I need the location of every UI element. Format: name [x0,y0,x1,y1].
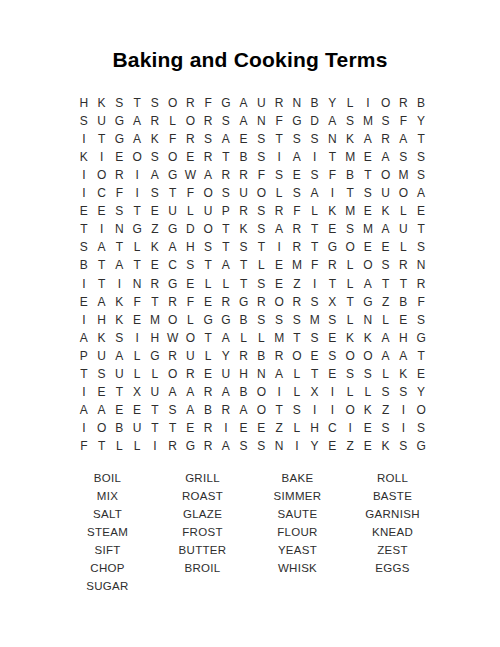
grid-cell: R [199,437,217,455]
grid-cell: L [288,383,306,401]
grid-cell: Z [288,274,306,292]
grid-cell: L [199,347,217,365]
grid-cell: S [288,401,306,419]
grid-cell: R [235,202,253,220]
grid-cell: I [217,419,235,437]
grid-cell: X [128,383,146,401]
grid-cell: F [128,293,146,311]
grid-cell: Y [324,94,342,112]
grid-cell: I [93,148,111,166]
grid-cell: L [359,383,377,401]
grid-cell: Y [306,437,324,455]
grid-cell: K [395,365,413,383]
grid-cell: L [235,329,253,347]
grid-cell: U [182,347,200,365]
grid-cell: S [377,419,395,437]
grid-cell: G [324,238,342,256]
grid-cell: T [111,238,129,256]
grid-cell: S [111,94,129,112]
grid-cell: T [217,238,235,256]
grid-cell: F [270,112,288,130]
grid-cell: G [111,112,129,130]
grid-cell: S [253,220,271,238]
grid-cell: A [235,401,253,419]
grid-cell: S [253,437,271,455]
grid-cell: I [128,184,146,202]
grid-cell: T [306,220,324,238]
grid-cell: N [288,94,306,112]
grid-cell: T [359,166,377,184]
grid-cell: K [341,329,359,347]
grid-cell: T [93,437,111,455]
grid-cell: A [235,94,253,112]
grid-cell: I [75,184,93,202]
grid-cell: S [395,437,413,455]
grid-cell: I [306,401,324,419]
grid-cell: C [324,419,342,437]
grid-cell: I [270,383,288,401]
grid-cell: P [75,347,93,365]
grid-cell: B [235,311,253,329]
grid-cell: H [146,329,164,347]
grid-cell: T [412,347,430,365]
grid-cell: A [270,365,288,383]
word-item: BOIL [60,469,155,487]
grid-cell: O [377,94,395,112]
grid-cell: F [199,94,217,112]
grid-cell: S [306,329,324,347]
grid-cell: E [253,419,271,437]
grid-cell: S [288,311,306,329]
grid-cell: R [270,347,288,365]
grid-cell: S [412,311,430,329]
grid-cell: T [341,293,359,311]
grid-cell: O [253,383,271,401]
grid-cell: K [235,220,253,238]
word-item: SIFT [60,541,155,559]
grid-cell: K [359,401,377,419]
grid-cell: U [93,347,111,365]
grid-cell: F [182,184,200,202]
grid-cell: E [93,202,111,220]
grid-cell: O [341,238,359,256]
grid-cell: R [182,130,200,148]
grid-cell: L [377,365,395,383]
grid-cell: R [199,419,217,437]
grid-cell: K [75,148,93,166]
grid-cell: A [75,401,93,419]
grid-cell: N [359,311,377,329]
grid-cell: A [182,401,200,419]
grid-cell: L [341,383,359,401]
grid-cell: F [412,293,430,311]
grid-cell: O [164,148,182,166]
grid-cell: T [395,274,413,292]
grid-cell: I [75,166,93,184]
grid-cell: E [75,293,93,311]
grid-cell: F [395,112,413,130]
grid-cell: W [182,166,200,184]
grid-cell: D [306,112,324,130]
grid-cell: B [253,347,271,365]
grid-cell: L [111,437,129,455]
grid-cell: A [164,238,182,256]
grid-cell: S [199,238,217,256]
grid-cell: F [253,166,271,184]
grid-cell: S [412,148,430,166]
grid-cell: I [395,401,413,419]
grid-cell: R [253,293,271,311]
grid-cell: R [395,256,413,274]
grid-cell: K [377,437,395,455]
grid-cell: L [270,184,288,202]
grid-cell: I [75,130,93,148]
grid-cell: S [270,311,288,329]
grid-cell: R [199,148,217,166]
grid-cell: I [324,184,342,202]
grid-cell: S [146,148,164,166]
grid-cell: S [288,184,306,202]
grid-cell: S [253,202,271,220]
grid-cell: S [199,130,217,148]
grid-cell: A [146,166,164,184]
grid-cell: E [235,419,253,437]
grid-cell: F [164,130,182,148]
grid-cell: K [146,238,164,256]
grid-cell: Z [146,220,164,238]
grid-cell: R [235,166,253,184]
grid-cell: G [412,329,430,347]
grid-cell: N [324,130,342,148]
grid-cell: S [412,166,430,184]
grid-cell: U [235,184,253,202]
grid-cell: E [324,220,342,238]
grid-cell: B [235,383,253,401]
grid-cell: S [395,383,413,401]
grid-cell: O [199,220,217,238]
grid-cell: T [128,256,146,274]
grid-cell: L [341,94,359,112]
grid-cell: A [306,184,324,202]
grid-cell: L [164,112,182,130]
grid-cell: T [377,274,395,292]
grid-cell: F [75,437,93,455]
grid-cell: E [377,238,395,256]
grid-cell: G [359,293,377,311]
grid-cell: B [341,166,359,184]
grid-cell: S [412,419,430,437]
grid-cell: S [288,130,306,148]
letter-grid: HKSTSORFGAURNBYLIORBSUGARLORSANFGDASMSFY… [75,94,430,455]
grid-cell: T [217,220,235,238]
grid-cell: O [377,166,395,184]
word-item: ROLL [345,469,440,487]
puzzle-page: Baking and Cooking Terms HKSTSORFGAURNBY… [0,0,500,647]
word-column: GRILLROASTGLAZEFROSTBUTTERBROIL [155,469,250,595]
grid-cell: N [253,112,271,130]
grid-cell: E [324,365,342,383]
grid-cell: E [128,401,146,419]
grid-cell: E [75,202,93,220]
grid-cell: T [270,401,288,419]
grid-cell: S [235,238,253,256]
word-item: BROIL [155,559,250,577]
grid-cell: R [164,437,182,455]
grid-cell: R [164,347,182,365]
grid-cell: B [75,256,93,274]
grid-cell: T [217,148,235,166]
grid-cell: B [235,148,253,166]
grid-cell: U [253,94,271,112]
grid-cell: S [359,184,377,202]
grid-cell: S [341,220,359,238]
word-item: KNEAD [345,523,440,541]
grid-cell: L [253,329,271,347]
grid-cell: Z [270,419,288,437]
grid-cell: T [75,220,93,238]
grid-cell: T [306,238,324,256]
grid-cell: S [306,166,324,184]
grid-cell: S [377,256,395,274]
grid-cell: G [412,437,430,455]
grid-cell: M [341,148,359,166]
grid-cell: B [395,293,413,311]
grid-cell: L [341,274,359,292]
grid-cell: A [93,238,111,256]
grid-cell: T [93,274,111,292]
grid-cell: R [199,112,217,130]
grid-cell: K [324,202,342,220]
grid-cell: E [111,148,129,166]
word-column: BAKESIMMERSAUTEFLOURYEASTWHISK [250,469,345,595]
grid-cell: T [75,365,93,383]
grid-cell: U [164,202,182,220]
grid-cell: U [128,419,146,437]
grid-cell: E [93,383,111,401]
puzzle-title: Baking and Cooking Terms [0,48,500,72]
grid-cell: O [288,347,306,365]
grid-cell: E [182,274,200,292]
grid-cell: A [395,347,413,365]
grid-cell: O [270,293,288,311]
grid-cell: S [253,311,271,329]
word-item: SALT [60,505,155,523]
grid-cell: N [128,274,146,292]
grid-cell: E [182,419,200,437]
grid-cell: H [75,94,93,112]
word-item: GARNISH [345,505,440,523]
grid-cell: N [253,365,271,383]
grid-cell: Y [412,383,430,401]
grid-cell: R [164,293,182,311]
grid-cell: E [128,311,146,329]
grid-cell: B [199,401,217,419]
grid-cell: H [93,311,111,329]
grid-cell: T [146,401,164,419]
grid-cell: S [217,184,235,202]
grid-cell: T [235,274,253,292]
grid-cell: S [253,130,271,148]
grid-cell: A [217,437,235,455]
grid-cell: I [324,401,342,419]
grid-cell: S [306,293,324,311]
grid-cell: L [253,256,271,274]
grid-cell: E [359,148,377,166]
grid-cell: O [253,184,271,202]
grid-cell: T [128,94,146,112]
grid-cell: L [128,238,146,256]
grid-cell: R [412,274,430,292]
grid-cell: M [270,329,288,347]
grid-cell: U [146,383,164,401]
grid-cell: A [93,401,111,419]
grid-cell: G [164,274,182,292]
grid-cell: G [217,311,235,329]
word-item: BUTTER [155,541,250,559]
grid-cell: S [75,238,93,256]
grid-cell: E [306,347,324,365]
grid-cell: E [199,365,217,383]
word-item: WHISK [250,559,345,577]
grid-cell: I [270,238,288,256]
grid-cell: T [324,274,342,292]
grid-cell: S [253,274,271,292]
grid-cell: T [93,256,111,274]
grid-cell: K [377,202,395,220]
grid-cell: N [111,220,129,238]
word-column: BOILMIXSALTSTEAMSIFTCHOPSUGAR [60,469,155,595]
grid-cell: T [341,184,359,202]
grid-cell: S [324,311,342,329]
grid-cell: E [324,329,342,347]
grid-cell: T [146,293,164,311]
grid-cell: W [164,329,182,347]
grid-cell: T [199,329,217,347]
grid-cell: I [306,148,324,166]
grid-cell: I [270,148,288,166]
word-item: FROST [155,523,250,541]
grid-cell: S [75,112,93,130]
grid-cell: R [377,130,395,148]
grid-cell: E [235,130,253,148]
grid-cell: R [111,166,129,184]
grid-cell: H [235,365,253,383]
grid-cell: K [111,311,129,329]
grid-cell: R [395,94,413,112]
grid-cell: I [146,437,164,455]
grid-cell: N [412,256,430,274]
grid-cell: O [359,347,377,365]
grid-cell: A [395,130,413,148]
grid-cell: Z [377,293,395,311]
grid-cell: O [93,419,111,437]
grid-cell: C [164,256,182,274]
grid-cell: L [377,311,395,329]
grid-cell: A [377,220,395,238]
grid-cell: O [182,329,200,347]
word-item: EGGS [345,559,440,577]
grid-cell: T [270,130,288,148]
grid-cell: R [324,256,342,274]
grid-cell: E [288,166,306,184]
grid-cell: I [75,383,93,401]
grid-cell: A [324,112,342,130]
grid-cell: L [395,202,413,220]
grid-cell: T [111,383,129,401]
word-column: ROLLBASTEGARNISHKNEADZESTEGGS [345,469,440,595]
grid-cell: L [182,202,200,220]
grid-cell: A [93,293,111,311]
grid-cell: K [146,130,164,148]
grid-cell: Z [341,437,359,455]
grid-cell: X [324,293,342,311]
grid-cell: O [341,347,359,365]
word-item: FLOUR [250,523,345,541]
grid-cell: F [306,256,324,274]
grid-cell: K [359,329,377,347]
grid-cell: E [146,256,164,274]
grid-cell: D [182,220,200,238]
grid-cell: H [306,419,324,437]
grid-cell: T [306,365,324,383]
grid-cell: A [164,383,182,401]
grid-cell: L [341,256,359,274]
grid-cell: A [217,329,235,347]
grid-cell: O [395,184,413,202]
grid-cell: T [412,220,430,238]
grid-cell: E [359,419,377,437]
grid-cell: G [199,311,217,329]
grid-cell: K [111,293,129,311]
grid-cell: I [341,419,359,437]
grid-cell: S [341,112,359,130]
grid-cell: I [111,274,129,292]
grid-cell: E [270,256,288,274]
grid-cell: G [217,94,235,112]
grid-cell: I [306,274,324,292]
grid-cell: U [217,365,235,383]
word-item: ROAST [155,487,250,505]
grid-cell: A [128,112,146,130]
word-item: MIX [60,487,155,505]
grid-cell: R [288,238,306,256]
grid-cell: G [111,130,129,148]
grid-cell: O [93,166,111,184]
grid-cell: G [128,220,146,238]
grid-cell: Y [412,112,430,130]
grid-cell: S [270,166,288,184]
grid-cell: E [111,401,129,419]
grid-cell: L [182,311,200,329]
grid-cell: E [359,437,377,455]
grid-cell: O [199,184,217,202]
grid-cell: S [395,148,413,166]
grid-cell: C [93,184,111,202]
grid-cell: H [182,238,200,256]
grid-cell: A [111,256,129,274]
grid-cell: R [182,94,200,112]
grid-cell: T [288,329,306,347]
grid-cell: G [235,293,253,311]
grid-cell: A [359,130,377,148]
word-item: SIMMER [250,487,345,505]
grid-cell: T [412,130,430,148]
grid-cell: T [146,419,164,437]
grid-cell: A [111,347,129,365]
grid-cell: S [341,365,359,383]
grid-cell: U [93,112,111,130]
grid-cell: I [128,166,146,184]
